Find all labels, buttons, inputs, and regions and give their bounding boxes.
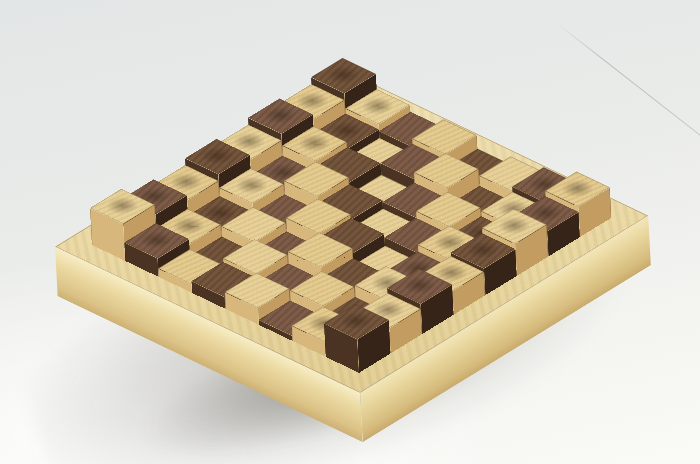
photo-artifact-line <box>555 22 700 146</box>
photo-backdrop: ♜♟♟♜♞♟♟♞♝♟♟♝♛♟♟♛♚♟♟♚♝♟♟♝♞♟♟♞♜♟♟♜ <box>0 0 700 464</box>
white-rook-icon: ♜ <box>62 164 182 210</box>
black-rook-icon: ♜ <box>296 280 416 326</box>
